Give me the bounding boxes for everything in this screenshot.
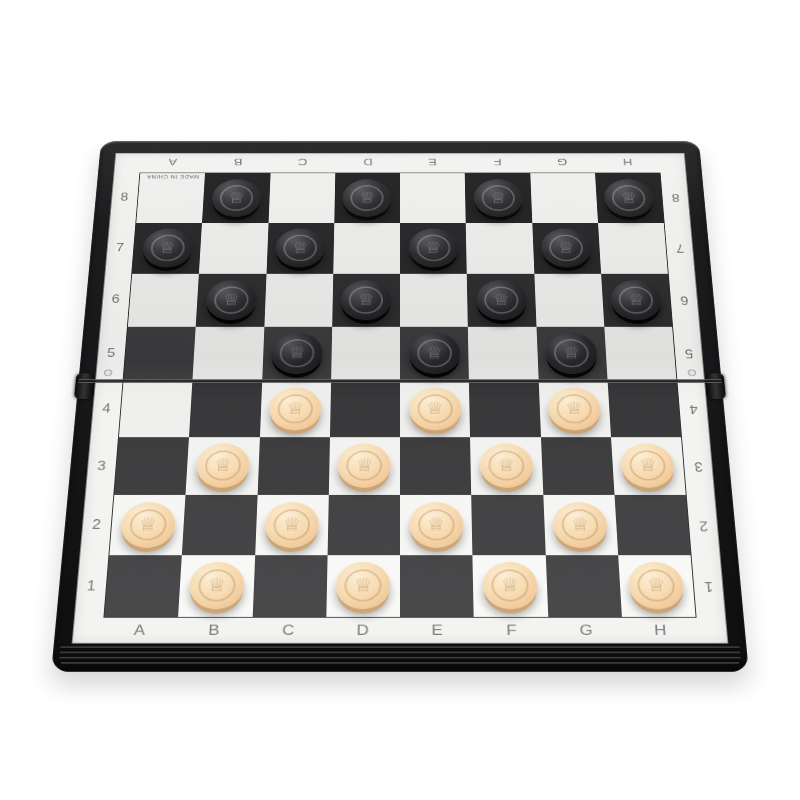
square-d8[interactable]: ♕ [334,173,400,222]
square-d6[interactable]: ♕ [332,274,400,327]
checker-white[interactable]: ♕ [264,502,319,548]
square-b5[interactable] [193,326,264,380]
checker-black[interactable]: ♕ [343,179,392,217]
crown-emblem: ♕ [556,394,593,423]
square-h4[interactable] [607,381,681,437]
rank-label-right-3: 3 [682,437,715,495]
square-g7[interactable]: ♕ [532,223,601,274]
square-b6[interactable]: ♕ [196,274,266,327]
rank-label-right-2: 2 [687,495,721,555]
square-f6[interactable]: ♕ [467,274,536,327]
square-g5[interactable]: ♕ [536,326,607,380]
crown-emblem: ♕ [488,451,525,481]
checker-black[interactable]: ♕ [476,280,527,320]
square-a2[interactable]: ♕ [109,495,185,555]
fold-hinge-line [78,379,721,383]
square-b7[interactable] [199,223,268,274]
file-labels-top: ABCDEFGH [139,153,660,173]
file-label-top-d: D [335,153,400,173]
square-b2[interactable] [182,495,257,555]
crown-emblem: ♕ [549,235,584,261]
square-b4[interactable] [189,381,262,437]
rank-label-left-7: 7 [105,222,136,273]
crown-emblem: ♕ [279,339,314,367]
made-in-label: MADE IN CHINA [141,175,205,180]
crown-emblem: ♕ [612,185,647,211]
checker-white[interactable]: ♕ [119,502,176,548]
crown-emblem: ♕ [484,286,519,313]
square-f3[interactable]: ♕ [470,437,543,495]
square-d7[interactable] [333,223,400,274]
crown-emblem: ♕ [629,451,667,481]
file-label-bottom-a: A [101,618,177,644]
checker-black[interactable]: ♕ [141,229,193,268]
crown-emblem: ♕ [417,394,452,423]
square-f4[interactable] [469,381,540,437]
square-b8[interactable]: ♕ [202,173,270,222]
square-d5[interactable] [331,326,400,380]
square-c6[interactable] [264,274,333,327]
square-c4[interactable]: ♕ [259,381,330,437]
square-f7[interactable] [466,223,534,274]
rank-label-left-8: 8 [109,173,139,223]
hinge-left [74,373,95,399]
play-area: ♕♕♕♕♕♕♕♕♕♕♕♕♕♕♕♕♕♕♕♕♕♕♕♕♕♕♕♕♕♕ [103,173,696,618]
square-e8[interactable] [400,173,466,222]
crown-emblem: ♕ [273,509,310,540]
file-label-top-h: H [594,153,660,173]
square-g4[interactable]: ♕ [538,381,611,437]
crown-emblem: ♕ [491,570,529,602]
checker-black[interactable]: ♕ [473,179,523,217]
square-c8[interactable] [268,173,335,222]
square-e7[interactable]: ♕ [400,223,467,274]
file-label-bottom-d: D [325,618,400,644]
crown-emblem: ♕ [418,509,455,540]
checker-black[interactable]: ♕ [409,333,460,374]
file-label-bottom-e: E [400,618,475,644]
checker-white[interactable]: ♕ [195,444,250,488]
crown-emblem: ♕ [213,286,248,313]
hinge-rivet-right [687,370,696,377]
crown-emblem: ♕ [618,286,654,313]
checker-white[interactable]: ♕ [188,562,245,609]
square-d4[interactable] [330,381,400,437]
checker-white[interactable]: ♕ [620,444,676,488]
checker-black[interactable]: ♕ [205,280,257,320]
crown-emblem: ♕ [351,185,384,211]
square-e6[interactable] [400,274,468,327]
square-a3[interactable] [114,437,189,495]
square-a1[interactable] [104,555,182,617]
checker-black[interactable]: ♕ [603,179,654,217]
crown-emblem: ♕ [345,570,382,602]
square-g8[interactable] [530,173,598,222]
file-label-top-c: C [270,153,336,173]
square-g6[interactable] [534,274,604,327]
square-h8[interactable]: ♕ [595,173,664,222]
checker-black[interactable]: ♕ [408,229,458,268]
checker-black[interactable]: ♕ [275,229,326,268]
square-g3[interactable] [541,437,615,495]
rank-label-right-7: 7 [665,222,696,273]
rank-label-right-4: 4 [677,381,710,437]
square-h5[interactable] [604,326,676,380]
square-g1[interactable] [545,555,621,617]
crown-emblem: ♕ [349,286,383,313]
square-e1[interactable] [400,555,474,617]
file-label-top-e: E [400,153,465,173]
square-a4[interactable] [119,381,193,437]
checker-white[interactable]: ♕ [628,562,686,609]
checker-black[interactable]: ♕ [541,229,592,268]
square-h6[interactable]: ♕ [601,274,672,327]
square-a6[interactable] [128,274,199,327]
square-h3[interactable]: ♕ [611,437,686,495]
crown-emblem: ♕ [416,235,450,261]
checker-black[interactable]: ♕ [610,280,663,320]
square-h7[interactable] [598,223,668,274]
crown-emblem: ♕ [346,451,382,481]
file-label-bottom-h: H [622,618,698,644]
square-b1[interactable]: ♕ [178,555,254,617]
crown-emblem: ♕ [283,235,317,261]
crown-emblem: ♕ [204,451,241,481]
stage: ABCDEFGH ABCDEFGH 87654321 87654321 ♕♕♕♕… [0,0,800,800]
file-label-top-a: A [139,153,205,173]
square-h1[interactable]: ♕ [618,555,696,617]
crown-emblem: ♕ [481,185,515,211]
square-a5[interactable] [124,326,196,380]
checker-white[interactable]: ♕ [552,502,608,548]
crown-emblem: ♕ [129,509,168,540]
board-frame: ABCDEFGH ABCDEFGH 87654321 87654321 ♕♕♕♕… [51,141,749,672]
crown-emblem: ♕ [553,339,589,367]
square-e4[interactable]: ♕ [400,381,470,437]
rank-label-right-1: 1 [692,555,727,617]
file-label-bottom-g: G [548,618,624,644]
file-label-bottom-c: C [251,618,326,644]
crown-emblem: ♕ [150,235,185,261]
checker-black[interactable]: ♕ [271,333,323,374]
square-c7[interactable]: ♕ [266,223,334,274]
file-label-bottom-b: B [176,618,252,644]
square-d3[interactable]: ♕ [329,437,400,495]
square-b3[interactable]: ♕ [186,437,260,495]
file-label-bottom-f: F [474,618,549,644]
rank-label-right-8: 8 [661,173,691,223]
square-f8[interactable]: ♕ [465,173,532,222]
hinge-right [705,373,726,399]
square-e3[interactable] [400,437,471,495]
file-label-top-b: B [205,153,271,173]
board-surface: ABCDEFGH ABCDEFGH 87654321 87654321 ♕♕♕♕… [72,153,729,644]
checker-white[interactable]: ♕ [409,387,461,430]
square-c2[interactable]: ♕ [255,495,329,555]
square-d2[interactable] [327,495,400,555]
checker-white[interactable]: ♕ [336,562,391,609]
frame-ridges [59,646,742,667]
square-c5[interactable]: ♕ [262,326,332,380]
checker-black[interactable]: ♕ [211,179,262,217]
checker-black[interactable]: ♕ [545,333,598,374]
square-c3[interactable] [257,437,330,495]
file-label-top-f: F [465,153,531,173]
checker-white[interactable]: ♕ [482,562,538,609]
checker-white[interactable]: ♕ [338,444,391,488]
square-c1[interactable] [252,555,327,617]
checkers-board: ABCDEFGH ABCDEFGH 87654321 87654321 ♕♕♕♕… [51,141,749,672]
checker-white[interactable]: ♕ [479,444,533,488]
crown-emblem: ♕ [637,570,676,602]
crown-emblem: ♕ [561,509,599,540]
square-g2[interactable]: ♕ [543,495,618,555]
checker-white[interactable]: ♕ [269,387,322,430]
square-d1[interactable]: ♕ [326,555,400,617]
checker-white[interactable]: ♕ [547,387,601,430]
square-h2[interactable] [614,495,690,555]
rank-label-right-6: 6 [669,273,700,326]
square-e2[interactable]: ♕ [400,495,473,555]
checker-white[interactable]: ♕ [409,502,463,548]
square-f5[interactable] [468,326,538,380]
crown-emblem: ♕ [219,185,253,211]
crown-emblem: ♕ [277,394,313,423]
crown-emblem: ♕ [417,339,452,367]
square-a7[interactable]: ♕ [132,223,202,274]
square-f1[interactable]: ♕ [473,555,548,617]
square-f2[interactable] [471,495,545,555]
crown-emblem: ♕ [197,570,236,602]
square-e5[interactable]: ♕ [400,326,469,380]
file-label-top-g: G [529,153,595,173]
file-labels-bottom: ABCDEFGH [101,618,698,644]
checker-black[interactable]: ♕ [341,280,392,320]
square-a8[interactable] [136,173,205,222]
